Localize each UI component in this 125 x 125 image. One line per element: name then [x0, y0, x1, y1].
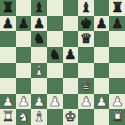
piece-black-pawn-c7[interactable]: ♟ — [33, 16, 45, 30]
square-f3[interactable]: ♛ — [78, 78, 94, 94]
square-h7[interactable]: ♟ — [109, 16, 125, 32]
piece-white-pawn-h2[interactable]: ♟ — [111, 94, 123, 108]
piece-white-pawn-f2[interactable]: ♟ — [80, 94, 92, 108]
piece-black-bishop-c8[interactable]: ♝ — [33, 1, 45, 15]
square-g6[interactable] — [94, 31, 110, 47]
square-f4[interactable] — [78, 63, 94, 79]
square-e8[interactable] — [63, 0, 79, 16]
piece-white-queen-f3[interactable]: ♛ — [80, 79, 92, 93]
square-d6[interactable] — [47, 31, 63, 47]
piece-white-rook-h1[interactable]: ♜ — [111, 110, 123, 124]
square-c7[interactable]: ♟ — [31, 16, 47, 32]
square-f6[interactable]: ♛ — [78, 31, 94, 47]
square-e5[interactable]: ♟ — [63, 47, 79, 63]
square-f5[interactable] — [78, 47, 94, 63]
piece-black-rook-a8[interactable]: ♜ — [2, 1, 14, 15]
square-h1[interactable]: ♜ — [109, 109, 125, 125]
square-f7[interactable]: ♚ — [78, 16, 94, 32]
square-d5[interactable]: ♞ — [47, 47, 63, 63]
square-d3[interactable] — [47, 78, 63, 94]
piece-white-pawn-g2[interactable]: ♟ — [96, 94, 108, 108]
square-a5[interactable] — [0, 47, 16, 63]
square-g2[interactable]: ♟ — [94, 94, 110, 110]
piece-black-knight-d5[interactable]: ♞ — [49, 47, 61, 61]
square-b7[interactable]: ♟ — [16, 16, 32, 32]
square-b6[interactable] — [16, 31, 32, 47]
piece-black-queen-f6[interactable]: ♛ — [80, 32, 92, 46]
square-e2[interactable] — [63, 94, 79, 110]
square-d8[interactable] — [47, 0, 63, 16]
square-b1[interactable]: ♞ — [16, 109, 32, 125]
piece-black-pawn-a7[interactable]: ♟ — [2, 16, 14, 30]
square-e3[interactable] — [63, 78, 79, 94]
piece-black-rook-h8[interactable]: ♜ — [111, 1, 123, 15]
square-g1[interactable] — [94, 109, 110, 125]
piece-black-pawn-h7[interactable]: ♟ — [111, 16, 123, 30]
square-e7[interactable] — [63, 16, 79, 32]
square-f8[interactable]: ♝ — [78, 0, 94, 16]
square-b5[interactable] — [16, 47, 32, 63]
square-g8[interactable] — [94, 0, 110, 16]
square-b2[interactable]: ♟ — [16, 94, 32, 110]
square-e6[interactable] — [63, 31, 79, 47]
square-h6[interactable] — [109, 31, 125, 47]
chess-board-window: ♜♝♝♜♟♟♟♚♟♟♞♛♞♟♝♛♟♟♟♟♟♟♟♜♞♝♚♜ — [0, 0, 125, 125]
piece-black-bishop-f8[interactable]: ♝ — [80, 1, 92, 15]
square-g3[interactable] — [94, 78, 110, 94]
square-g7[interactable]: ♟ — [94, 16, 110, 32]
piece-black-pawn-e5[interactable]: ♟ — [64, 47, 76, 61]
square-a2[interactable]: ♟ — [0, 94, 16, 110]
chess-board: ♜♝♝♜♟♟♟♚♟♟♞♛♞♟♝♛♟♟♟♟♟♟♟♜♞♝♚♜ — [0, 0, 125, 125]
square-f1[interactable] — [78, 109, 94, 125]
square-h5[interactable] — [109, 47, 125, 63]
square-c5[interactable] — [31, 47, 47, 63]
piece-black-pawn-b7[interactable]: ♟ — [17, 16, 29, 30]
square-e4[interactable] — [63, 63, 79, 79]
piece-black-pawn-g7[interactable]: ♟ — [96, 16, 108, 30]
square-h4[interactable] — [109, 63, 125, 79]
square-a8[interactable]: ♜ — [0, 0, 16, 16]
square-d7[interactable] — [47, 16, 63, 32]
square-c2[interactable]: ♟ — [31, 94, 47, 110]
square-a1[interactable]: ♜ — [0, 109, 16, 125]
square-f2[interactable]: ♟ — [78, 94, 94, 110]
piece-white-pawn-c2[interactable]: ♟ — [33, 94, 45, 108]
square-d1[interactable] — [47, 109, 63, 125]
piece-white-bishop-c4[interactable]: ♝ — [33, 63, 45, 77]
square-b3[interactable] — [16, 78, 32, 94]
square-a7[interactable]: ♟ — [0, 16, 16, 32]
square-c6[interactable]: ♞ — [31, 31, 47, 47]
square-b8[interactable] — [16, 0, 32, 16]
piece-white-king-e1[interactable]: ♚ — [64, 110, 76, 124]
square-c3[interactable] — [31, 78, 47, 94]
square-a6[interactable] — [0, 31, 16, 47]
square-c1[interactable]: ♝ — [31, 109, 47, 125]
piece-white-pawn-a2[interactable]: ♟ — [2, 94, 14, 108]
piece-white-pawn-b2[interactable]: ♟ — [17, 94, 29, 108]
piece-black-knight-c6[interactable]: ♞ — [33, 32, 45, 46]
square-b4[interactable] — [16, 63, 32, 79]
square-d2[interactable]: ♟ — [47, 94, 63, 110]
square-e1[interactable]: ♚ — [63, 109, 79, 125]
square-a4[interactable] — [0, 63, 16, 79]
square-h8[interactable]: ♜ — [109, 0, 125, 16]
piece-black-king-f7[interactable]: ♚ — [80, 16, 92, 30]
piece-white-bishop-c1[interactable]: ♝ — [33, 110, 45, 124]
square-g5[interactable] — [94, 47, 110, 63]
square-a3[interactable] — [0, 78, 16, 94]
square-c8[interactable]: ♝ — [31, 0, 47, 16]
piece-white-rook-a1[interactable]: ♜ — [2, 110, 14, 124]
square-d4[interactable] — [47, 63, 63, 79]
piece-white-pawn-d2[interactable]: ♟ — [49, 94, 61, 108]
square-h2[interactable]: ♟ — [109, 94, 125, 110]
square-h3[interactable] — [109, 78, 125, 94]
square-c4[interactable]: ♝ — [31, 63, 47, 79]
piece-white-knight-b1[interactable]: ♞ — [17, 110, 29, 124]
square-g4[interactable] — [94, 63, 110, 79]
